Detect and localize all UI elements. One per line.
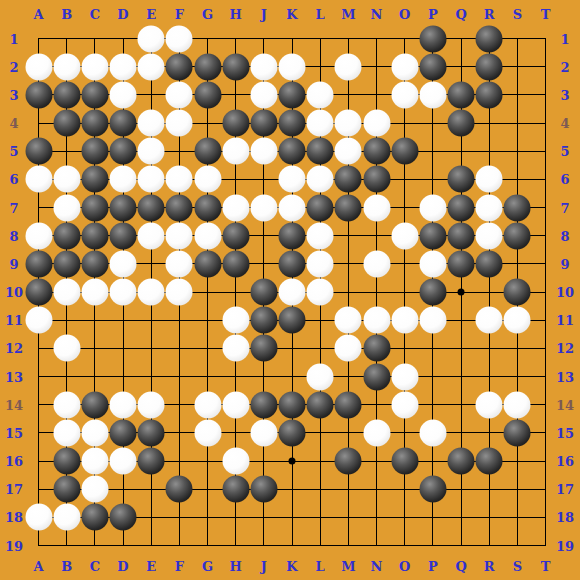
row-label-right-12: 12 xyxy=(556,342,574,355)
stone-white-O11[interactable] xyxy=(391,307,418,334)
row-label-left-1: 1 xyxy=(9,32,18,45)
stone-white-J2[interactable] xyxy=(250,53,277,80)
row-label-right-1: 1 xyxy=(560,32,569,45)
stone-black-G5[interactable] xyxy=(194,138,221,165)
column-label-top-G: G xyxy=(202,8,213,21)
stone-black-Q3[interactable] xyxy=(448,81,475,108)
stone-white-G14[interactable] xyxy=(194,391,221,418)
stone-black-P10[interactable] xyxy=(419,279,446,306)
stone-black-S7[interactable] xyxy=(504,194,531,221)
stone-black-S15[interactable] xyxy=(504,419,531,446)
grid-line-vertical-T xyxy=(545,38,546,546)
stone-black-D5[interactable] xyxy=(110,138,137,165)
stone-black-R16[interactable] xyxy=(476,448,503,475)
stone-white-P11[interactable] xyxy=(419,307,446,334)
column-label-bottom-O: O xyxy=(399,560,410,573)
stone-black-D4[interactable] xyxy=(110,110,137,137)
row-label-left-15: 15 xyxy=(5,426,23,439)
stone-white-B14[interactable] xyxy=(53,391,80,418)
stone-white-J3[interactable] xyxy=(250,81,277,108)
row-label-right-18: 18 xyxy=(556,511,574,524)
star-point-Q10 xyxy=(458,289,465,296)
row-label-right-15: 15 xyxy=(556,426,574,439)
stone-white-K10[interactable] xyxy=(279,279,306,306)
stone-white-J7[interactable] xyxy=(250,194,277,221)
stone-black-E7[interactable] xyxy=(138,194,165,221)
stone-black-J17[interactable] xyxy=(250,476,277,503)
stone-white-F8[interactable] xyxy=(166,222,193,249)
stone-white-S14[interactable] xyxy=(504,391,531,418)
stone-white-O3[interactable] xyxy=(391,81,418,108)
stone-white-M4[interactable] xyxy=(335,110,362,137)
stone-white-L8[interactable] xyxy=(307,222,334,249)
stone-white-L10[interactable] xyxy=(307,279,334,306)
stone-black-Q8[interactable] xyxy=(448,222,475,249)
stone-black-K3[interactable] xyxy=(279,81,306,108)
grid-line-horizontal-19 xyxy=(38,545,546,546)
stone-black-H4[interactable] xyxy=(222,110,249,137)
stone-white-H11[interactable] xyxy=(222,307,249,334)
stone-black-N13[interactable] xyxy=(363,363,390,390)
stone-black-P17[interactable] xyxy=(419,476,446,503)
stone-white-S11[interactable] xyxy=(504,307,531,334)
row-label-right-5: 5 xyxy=(560,145,569,158)
stone-white-E5[interactable] xyxy=(138,138,165,165)
stone-white-O13[interactable] xyxy=(391,363,418,390)
stone-white-B10[interactable] xyxy=(53,279,80,306)
stone-black-N6[interactable] xyxy=(363,166,390,193)
column-label-bottom-A: A xyxy=(33,560,43,573)
stone-black-A5[interactable] xyxy=(25,138,52,165)
column-label-top-R: R xyxy=(484,8,495,21)
row-label-left-7: 7 xyxy=(9,201,18,214)
row-label-right-7: 7 xyxy=(560,201,569,214)
stone-black-B9[interactable] xyxy=(53,250,80,277)
row-label-left-5: 5 xyxy=(9,145,18,158)
stone-white-R7[interactable] xyxy=(476,194,503,221)
column-label-top-Q: Q xyxy=(455,8,466,21)
stone-white-F4[interactable] xyxy=(166,110,193,137)
column-label-bottom-M: M xyxy=(341,560,355,573)
stone-black-M7[interactable] xyxy=(335,194,362,221)
row-label-right-4: 4 xyxy=(560,117,569,130)
row-label-right-6: 6 xyxy=(560,173,569,186)
stone-black-Q9[interactable] xyxy=(448,250,475,277)
stone-white-P15[interactable] xyxy=(419,419,446,446)
row-label-right-10: 10 xyxy=(556,286,574,299)
row-label-right-11: 11 xyxy=(556,314,574,327)
stone-black-K14[interactable] xyxy=(279,391,306,418)
row-label-right-17: 17 xyxy=(556,483,574,496)
stone-white-E1[interactable] xyxy=(138,25,165,52)
stone-black-M16[interactable] xyxy=(335,448,362,475)
stone-white-B7[interactable] xyxy=(53,194,80,221)
row-label-right-13: 13 xyxy=(556,370,574,383)
stone-white-H5[interactable] xyxy=(222,138,249,165)
stone-white-F1[interactable] xyxy=(166,25,193,52)
star-point-K16 xyxy=(289,458,296,465)
column-label-bottom-D: D xyxy=(117,560,128,573)
stone-white-A6[interactable] xyxy=(25,166,52,193)
row-label-left-9: 9 xyxy=(9,257,18,270)
row-label-left-6: 6 xyxy=(9,173,18,186)
stone-black-D8[interactable] xyxy=(110,222,137,249)
stone-white-L9[interactable] xyxy=(307,250,334,277)
stone-white-B2[interactable] xyxy=(53,53,80,80)
row-label-left-14: 14 xyxy=(5,398,23,411)
stone-white-N7[interactable] xyxy=(363,194,390,221)
row-label-right-8: 8 xyxy=(560,229,569,242)
stone-black-G3[interactable] xyxy=(194,81,221,108)
stone-white-D16[interactable] xyxy=(110,448,137,475)
row-label-left-4: 4 xyxy=(9,117,18,130)
stone-white-N9[interactable] xyxy=(363,250,390,277)
stone-black-H8[interactable] xyxy=(222,222,249,249)
column-label-bottom-Q: Q xyxy=(455,560,466,573)
column-label-top-F: F xyxy=(175,8,184,21)
stone-white-D2[interactable] xyxy=(110,53,137,80)
stone-white-B15[interactable] xyxy=(53,419,80,446)
column-label-bottom-L: L xyxy=(316,560,325,573)
stone-white-E6[interactable] xyxy=(138,166,165,193)
stone-black-L7[interactable] xyxy=(307,194,334,221)
stone-white-F10[interactable] xyxy=(166,279,193,306)
stone-black-F17[interactable] xyxy=(166,476,193,503)
stone-black-H17[interactable] xyxy=(222,476,249,503)
stone-white-A18[interactable] xyxy=(25,504,52,531)
stone-white-M11[interactable] xyxy=(335,307,362,334)
stone-white-P9[interactable] xyxy=(419,250,446,277)
stone-black-B16[interactable] xyxy=(53,448,80,475)
stone-black-R2[interactable] xyxy=(476,53,503,80)
stone-black-P8[interactable] xyxy=(419,222,446,249)
stone-black-Q7[interactable] xyxy=(448,194,475,221)
stone-black-A3[interactable] xyxy=(25,81,52,108)
stone-black-G9[interactable] xyxy=(194,250,221,277)
column-label-bottom-E: E xyxy=(146,560,156,573)
column-label-bottom-P: P xyxy=(428,560,438,573)
stone-white-P3[interactable] xyxy=(419,81,446,108)
stone-white-E10[interactable] xyxy=(138,279,165,306)
stone-white-C17[interactable] xyxy=(81,476,108,503)
stone-black-E15[interactable] xyxy=(138,419,165,446)
stone-black-B4[interactable] xyxy=(53,110,80,137)
stone-black-H2[interactable] xyxy=(222,53,249,80)
stone-black-J12[interactable] xyxy=(250,335,277,362)
stone-black-K4[interactable] xyxy=(279,110,306,137)
stone-black-D18[interactable] xyxy=(110,504,137,531)
stone-black-E16[interactable] xyxy=(138,448,165,475)
column-label-bottom-C: C xyxy=(90,560,100,573)
stone-black-R3[interactable] xyxy=(476,81,503,108)
stone-black-L5[interactable] xyxy=(307,138,334,165)
column-label-top-H: H xyxy=(230,8,242,21)
stone-white-C15[interactable] xyxy=(81,419,108,446)
stone-black-J10[interactable] xyxy=(250,279,277,306)
row-label-left-10: 10 xyxy=(5,286,23,299)
row-label-right-19: 19 xyxy=(556,539,574,552)
stone-white-D10[interactable] xyxy=(110,279,137,306)
column-label-top-O: O xyxy=(399,8,410,21)
stone-white-M5[interactable] xyxy=(335,138,362,165)
stone-black-K11[interactable] xyxy=(279,307,306,334)
stone-white-N15[interactable] xyxy=(363,419,390,446)
stone-black-F7[interactable] xyxy=(166,194,193,221)
stone-white-D6[interactable] xyxy=(110,166,137,193)
stone-black-K8[interactable] xyxy=(279,222,306,249)
stone-white-C2[interactable] xyxy=(81,53,108,80)
stone-black-J11[interactable] xyxy=(250,307,277,334)
stone-white-A11[interactable] xyxy=(25,307,52,334)
stone-white-C10[interactable] xyxy=(81,279,108,306)
stone-black-S8[interactable] xyxy=(504,222,531,249)
stone-black-B17[interactable] xyxy=(53,476,80,503)
row-label-right-14: 14 xyxy=(556,398,574,411)
stone-white-A8[interactable] xyxy=(25,222,52,249)
stone-black-K5[interactable] xyxy=(279,138,306,165)
stone-black-H9[interactable] xyxy=(222,250,249,277)
stone-white-R8[interactable] xyxy=(476,222,503,249)
stone-black-R1[interactable] xyxy=(476,25,503,52)
stone-black-P2[interactable] xyxy=(419,53,446,80)
column-label-top-K: K xyxy=(286,8,297,21)
stone-white-J5[interactable] xyxy=(250,138,277,165)
column-label-top-C: C xyxy=(90,8,100,21)
row-label-right-3: 3 xyxy=(560,88,569,101)
stone-black-R9[interactable] xyxy=(476,250,503,277)
row-label-left-3: 3 xyxy=(9,88,18,101)
column-label-bottom-B: B xyxy=(61,560,72,573)
stone-black-K15[interactable] xyxy=(279,419,306,446)
stone-black-C14[interactable] xyxy=(81,391,108,418)
column-label-top-S: S xyxy=(513,8,522,21)
grid-line-horizontal-12 xyxy=(38,348,546,349)
stone-white-C16[interactable] xyxy=(81,448,108,475)
stone-black-C5[interactable] xyxy=(81,138,108,165)
stone-white-H14[interactable] xyxy=(222,391,249,418)
stone-white-N11[interactable] xyxy=(363,307,390,334)
column-label-bottom-N: N xyxy=(371,560,383,573)
column-label-top-T: T xyxy=(541,8,551,21)
stone-black-Q4[interactable] xyxy=(448,110,475,137)
stone-white-O8[interactable] xyxy=(391,222,418,249)
row-label-left-11: 11 xyxy=(5,314,23,327)
column-label-top-M: M xyxy=(341,8,355,21)
stone-white-F6[interactable] xyxy=(166,166,193,193)
stone-black-Q16[interactable] xyxy=(448,448,475,475)
stone-white-M12[interactable] xyxy=(335,335,362,362)
stone-black-L14[interactable] xyxy=(307,391,334,418)
stone-black-D15[interactable] xyxy=(110,419,137,446)
row-label-left-19: 19 xyxy=(5,539,23,552)
stone-black-F2[interactable] xyxy=(166,53,193,80)
stone-black-C18[interactable] xyxy=(81,504,108,531)
stone-white-F3[interactable] xyxy=(166,81,193,108)
stone-black-G2[interactable] xyxy=(194,53,221,80)
stone-white-R6[interactable] xyxy=(476,166,503,193)
row-label-left-2: 2 xyxy=(9,60,18,73)
column-label-bottom-J: J xyxy=(261,560,267,573)
stone-white-O14[interactable] xyxy=(391,391,418,418)
grid-line-horizontal-13 xyxy=(38,376,546,377)
column-label-bottom-T: T xyxy=(541,560,551,573)
stone-black-P1[interactable] xyxy=(419,25,446,52)
row-label-left-17: 17 xyxy=(5,483,23,496)
stone-white-G8[interactable] xyxy=(194,222,221,249)
stone-white-A2[interactable] xyxy=(25,53,52,80)
column-label-bottom-F: F xyxy=(175,560,184,573)
stone-white-N4[interactable] xyxy=(363,110,390,137)
stone-white-R14[interactable] xyxy=(476,391,503,418)
row-label-left-12: 12 xyxy=(5,342,23,355)
stone-black-K9[interactable] xyxy=(279,250,306,277)
stone-white-E8[interactable] xyxy=(138,222,165,249)
row-label-left-13: 13 xyxy=(5,370,23,383)
stone-black-B3[interactable] xyxy=(53,81,80,108)
stone-white-E2[interactable] xyxy=(138,53,165,80)
stone-black-N12[interactable] xyxy=(363,335,390,362)
stone-white-R11[interactable] xyxy=(476,307,503,334)
stone-white-L4[interactable] xyxy=(307,110,334,137)
column-label-bottom-S: S xyxy=(513,560,522,573)
stone-black-D7[interactable] xyxy=(110,194,137,221)
stone-white-L6[interactable] xyxy=(307,166,334,193)
stone-black-B8[interactable] xyxy=(53,222,80,249)
stone-white-H7[interactable] xyxy=(222,194,249,221)
stone-black-O5[interactable] xyxy=(391,138,418,165)
row-label-right-2: 2 xyxy=(560,60,569,73)
stone-black-O16[interactable] xyxy=(391,448,418,475)
stone-black-C9[interactable] xyxy=(81,250,108,277)
stone-black-S10[interactable] xyxy=(504,279,531,306)
stone-white-L13[interactable] xyxy=(307,363,334,390)
grid-line-horizontal-17 xyxy=(38,489,546,490)
row-label-left-16: 16 xyxy=(5,455,23,468)
stone-white-G15[interactable] xyxy=(194,419,221,446)
column-label-top-B: B xyxy=(61,8,72,21)
stone-white-D9[interactable] xyxy=(110,250,137,277)
stone-black-C4[interactable] xyxy=(81,110,108,137)
stone-white-J15[interactable] xyxy=(250,419,277,446)
stone-black-C3[interactable] xyxy=(81,81,108,108)
stone-black-C6[interactable] xyxy=(81,166,108,193)
column-label-top-N: N xyxy=(371,8,383,21)
stone-white-O2[interactable] xyxy=(391,53,418,80)
column-label-top-P: P xyxy=(428,8,438,21)
stone-black-M14[interactable] xyxy=(335,391,362,418)
stone-black-N5[interactable] xyxy=(363,138,390,165)
column-label-bottom-K: K xyxy=(286,560,297,573)
stone-black-J4[interactable] xyxy=(250,110,277,137)
stone-white-K7[interactable] xyxy=(279,194,306,221)
column-label-top-J: J xyxy=(261,8,267,21)
stone-black-M6[interactable] xyxy=(335,166,362,193)
stone-white-H12[interactable] xyxy=(222,335,249,362)
stone-white-B18[interactable] xyxy=(53,504,80,531)
stone-black-A10[interactable] xyxy=(25,279,52,306)
column-label-top-A: A xyxy=(33,8,43,21)
stone-black-C8[interactable] xyxy=(81,222,108,249)
go-board[interactable]: AABBCCDDEEFFGGHHJJKKLLMMNNOOPPQQRRSSTT11… xyxy=(0,0,580,580)
stone-black-G7[interactable] xyxy=(194,194,221,221)
stone-black-A9[interactable] xyxy=(25,250,52,277)
row-label-left-18: 18 xyxy=(5,511,23,524)
column-label-top-L: L xyxy=(316,8,325,21)
stone-black-Q6[interactable] xyxy=(448,166,475,193)
stone-white-D14[interactable] xyxy=(110,391,137,418)
stone-white-D3[interactable] xyxy=(110,81,137,108)
column-label-bottom-R: R xyxy=(484,560,495,573)
stone-white-K2[interactable] xyxy=(279,53,306,80)
column-label-top-E: E xyxy=(146,8,156,21)
stone-white-G6[interactable] xyxy=(194,166,221,193)
stone-white-L3[interactable] xyxy=(307,81,334,108)
stone-black-C7[interactable] xyxy=(81,194,108,221)
column-label-top-D: D xyxy=(117,8,128,21)
stone-white-P7[interactable] xyxy=(419,194,446,221)
row-label-right-9: 9 xyxy=(560,257,569,270)
stone-white-E14[interactable] xyxy=(138,391,165,418)
stone-white-K6[interactable] xyxy=(279,166,306,193)
stone-white-M2[interactable] xyxy=(335,53,362,80)
stone-black-J14[interactable] xyxy=(250,391,277,418)
stone-white-E4[interactable] xyxy=(138,110,165,137)
stone-white-B12[interactable] xyxy=(53,335,80,362)
stone-white-B6[interactable] xyxy=(53,166,80,193)
stone-white-F9[interactable] xyxy=(166,250,193,277)
row-label-left-8: 8 xyxy=(9,229,18,242)
row-label-right-16: 16 xyxy=(556,455,574,468)
column-label-bottom-G: G xyxy=(202,560,213,573)
column-label-bottom-H: H xyxy=(230,560,242,573)
stone-white-H16[interactable] xyxy=(222,448,249,475)
